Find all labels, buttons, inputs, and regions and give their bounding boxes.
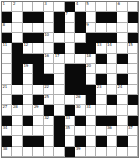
white-cell[interactable] [2,64,12,74]
black-cell [33,136,43,146]
white-cell[interactable]: 10 [44,33,54,43]
black-cell [117,54,127,64]
white-cell[interactable] [107,54,117,64]
white-cell[interactable] [33,116,43,126]
white-cell[interactable] [117,43,127,53]
clue-number: 30 [76,105,81,109]
black-cell [33,12,43,22]
clue-number: 8 [3,23,5,27]
white-cell[interactable] [65,23,75,33]
black-cell [65,74,75,84]
white-cell[interactable] [33,43,43,53]
white-cell[interactable] [54,64,64,74]
clue-number: 16 [44,54,49,58]
white-cell[interactable] [12,116,22,126]
white-cell[interactable]: 31 [86,105,96,115]
white-cell[interactable]: 4 [75,2,85,12]
white-cell[interactable] [128,85,138,95]
white-cell[interactable] [65,54,75,64]
white-cell[interactable] [23,74,33,84]
white-cell[interactable]: 9 [86,23,96,33]
clue-number: 7 [65,12,67,16]
white-cell[interactable]: 3 [44,2,54,12]
white-cell[interactable] [117,12,127,22]
clue-number: 12 [23,43,28,47]
white-cell[interactable] [86,147,96,157]
black-cell [12,64,22,74]
black-cell [128,95,138,105]
white-cell[interactable] [2,54,12,64]
white-cell[interactable] [107,136,117,146]
black-cell [96,136,106,146]
clue-number: 26 [76,95,81,99]
white-cell[interactable] [107,23,117,33]
white-cell[interactable] [23,105,33,115]
white-cell[interactable] [23,126,33,136]
white-cell[interactable] [107,105,117,115]
black-cell [96,54,106,64]
white-cell[interactable] [54,95,64,105]
white-cell[interactable] [117,147,127,157]
black-cell [128,12,138,22]
white-cell[interactable]: 37 [128,126,138,136]
black-cell [54,12,64,22]
white-cell[interactable]: 16 [44,54,54,64]
white-cell[interactable]: 12 [23,43,33,53]
clue-number: 9 [86,23,88,27]
clue-number: 6 [118,2,120,6]
white-cell[interactable] [12,12,22,22]
white-cell[interactable]: 13 [96,43,106,53]
white-cell[interactable]: 5 [86,2,96,12]
white-cell[interactable]: 15 [128,43,138,53]
clue-number: 34 [3,126,8,130]
white-cell[interactable] [12,147,22,157]
clue-number: 36 [107,126,112,130]
white-cell[interactable] [75,33,85,43]
white-cell[interactable] [12,85,22,95]
white-cell[interactable] [128,105,138,115]
white-cell[interactable]: 29 [33,105,43,115]
white-cell[interactable] [107,147,117,157]
white-cell[interactable] [23,147,33,157]
white-cell[interactable] [128,74,138,84]
white-cell[interactable]: 6 [117,2,127,12]
white-cell[interactable] [86,116,96,126]
white-cell[interactable] [117,105,127,115]
white-cell[interactable]: 25 [44,95,54,105]
white-cell[interactable] [33,147,43,157]
black-cell [75,74,85,84]
white-cell[interactable] [96,64,106,74]
black-cell [23,12,33,22]
white-cell[interactable] [54,147,64,157]
white-cell[interactable]: 2 [12,2,22,12]
white-cell[interactable] [128,136,138,146]
white-cell[interactable] [107,64,117,74]
white-cell[interactable]: 24 [117,85,127,95]
clue-number: 27 [3,105,8,109]
clue-number: 10 [44,33,49,37]
white-cell[interactable] [117,95,127,105]
white-cell[interactable]: 14 [107,43,117,53]
black-cell [86,85,96,95]
clue-number: 29 [34,105,39,109]
white-cell[interactable] [54,74,64,84]
white-cell[interactable] [23,2,33,12]
clue-number: 21 [3,85,8,89]
white-cell[interactable] [33,126,43,136]
clue-number: 3 [44,2,46,6]
clue-number: 5 [86,2,88,6]
white-cell[interactable] [107,74,117,84]
crossword-board: 1234567891011121314151617181920212223242… [0,0,140,159]
white-cell[interactable] [65,136,75,146]
white-cell[interactable]: 7 [65,12,75,22]
clue-number: 22 [44,85,49,89]
white-cell[interactable]: 36 [107,126,117,136]
white-cell[interactable]: 20 [86,64,96,74]
clue-number: 38 [3,147,8,151]
white-cell[interactable] [117,126,127,136]
white-cell[interactable]: 1 [2,2,12,12]
clue-number: 2 [13,2,15,6]
black-cell [75,43,85,53]
black-cell [23,116,33,126]
black-cell [65,64,75,74]
white-cell[interactable] [44,136,54,146]
clue-number: 17 [55,54,60,58]
white-cell[interactable] [86,74,96,84]
clue-number: 4 [76,2,78,6]
white-cell[interactable] [107,85,117,95]
clue-number: 24 [118,85,123,89]
white-cell[interactable]: 28 [12,105,22,115]
white-cell[interactable] [96,95,106,105]
black-cell [33,74,43,84]
white-cell[interactable] [107,2,117,12]
black-cell [75,116,85,126]
white-cell[interactable] [75,126,85,136]
black-cell [54,116,64,126]
black-cell [65,85,75,95]
black-cell [12,54,22,64]
white-cell[interactable] [12,126,22,136]
white-cell[interactable] [33,23,43,33]
white-cell[interactable] [12,23,22,33]
white-cell[interactable]: 11 [2,43,12,53]
white-cell[interactable] [44,64,54,74]
clue-number: 18 [86,54,91,58]
clue-number: 19 [23,64,28,68]
white-cell[interactable] [128,23,138,33]
black-cell [117,136,127,146]
black-cell [54,23,64,33]
black-cell [107,12,117,22]
white-cell[interactable] [65,33,75,43]
white-cell[interactable] [33,85,43,95]
black-cell [33,64,43,74]
clue-number: 28 [13,105,18,109]
white-cell[interactable] [33,2,43,12]
white-cell[interactable] [44,147,54,157]
white-cell[interactable]: 8 [2,23,12,33]
clue-number: 15 [128,43,133,47]
white-cell[interactable]: 30 [75,105,85,115]
black-cell [54,126,64,136]
white-cell[interactable] [96,2,106,12]
clue-number: 1 [3,2,5,6]
white-cell[interactable] [75,54,85,64]
white-cell[interactable] [117,23,127,33]
clue-number: 31 [86,105,91,109]
clue-number: 25 [44,95,49,99]
white-cell[interactable] [54,33,64,43]
white-cell[interactable] [117,64,127,74]
white-cell[interactable]: 32 [44,116,54,126]
clue-number: 39 [76,147,81,151]
clue-number: 32 [44,116,49,120]
clue-number: 37 [128,126,133,130]
clue-number: 11 [3,43,8,47]
black-cell [96,12,106,22]
white-cell[interactable]: 38 [2,147,12,157]
white-cell[interactable] [128,147,138,157]
white-cell[interactable] [128,54,138,64]
white-cell[interactable]: 39 [75,147,85,157]
white-cell[interactable]: 23 [96,85,106,95]
black-cell [107,95,117,105]
black-cell [12,43,22,53]
black-cell [33,54,43,64]
white-cell[interactable] [96,147,106,157]
white-cell[interactable]: 21 [2,85,12,95]
white-cell[interactable] [117,33,127,43]
white-cell[interactable] [12,33,22,43]
crossword-grid: 1234567891011121314151617181920212223242… [1,1,139,158]
clue-number: 35 [65,126,70,130]
white-cell[interactable] [54,105,64,115]
white-cell[interactable] [86,126,96,136]
white-cell[interactable] [44,126,54,136]
white-cell[interactable] [96,105,106,115]
clue-number: 13 [97,43,102,47]
black-cell [33,33,43,43]
clue-number: 20 [86,64,91,68]
clue-number: 14 [107,43,112,47]
white-cell[interactable]: 27 [2,105,12,115]
white-cell[interactable]: 19 [23,64,33,74]
white-cell[interactable] [128,64,138,74]
black-cell [54,136,64,146]
white-cell[interactable] [128,2,138,12]
white-cell[interactable] [96,23,106,33]
black-cell [96,116,106,126]
white-cell[interactable]: 34 [2,126,12,136]
white-cell[interactable]: 35 [65,126,75,136]
white-cell[interactable] [23,23,33,33]
white-cell[interactable] [65,95,75,105]
white-cell[interactable] [65,43,75,53]
white-cell[interactable] [44,12,54,22]
white-cell[interactable] [23,95,33,105]
white-cell[interactable] [23,85,33,95]
black-cell [65,147,75,157]
clue-number: 33 [65,116,70,120]
clue-number: 23 [97,85,102,89]
black-cell [12,74,22,84]
white-cell[interactable] [54,85,64,95]
black-cell [86,33,96,43]
white-cell[interactable] [117,116,127,126]
white-cell[interactable] [96,126,106,136]
white-cell[interactable] [12,136,22,146]
black-cell [75,12,85,22]
black-cell [75,23,85,33]
white-cell[interactable] [54,2,64,12]
white-cell[interactable]: 17 [54,54,64,64]
black-cell [75,64,85,74]
white-cell[interactable] [86,136,96,146]
black-cell [23,136,33,146]
